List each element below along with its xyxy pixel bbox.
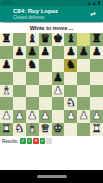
square-d7[interactable]: ♟ bbox=[39, 46, 52, 59]
square-b6[interactable] bbox=[13, 59, 26, 72]
square-f8[interactable]: ♝ bbox=[64, 33, 77, 46]
app-bar: C84: Ruy Lopez Closed defence ⇄ bbox=[0, 6, 103, 22]
results-label: Results: bbox=[2, 139, 18, 144]
square-e2[interactable] bbox=[52, 110, 65, 123]
piece-black-pawn: ♟ bbox=[90, 46, 103, 59]
square-c2[interactable]: ♟ bbox=[26, 110, 39, 123]
square-d8[interactable]: ♛ bbox=[39, 33, 52, 46]
square-d3[interactable] bbox=[39, 97, 52, 110]
wifi-icon bbox=[92, 2, 96, 5]
square-c3[interactable] bbox=[26, 97, 39, 110]
piece-black-queen: ♛ bbox=[39, 33, 52, 46]
piece-black-pawn: ♟ bbox=[52, 72, 65, 85]
square-c4[interactable] bbox=[26, 85, 39, 98]
content-spacer bbox=[0, 146, 103, 170]
square-h1[interactable]: ♜ bbox=[90, 123, 103, 136]
status-icons bbox=[87, 1, 101, 5]
square-f3[interactable]: ♞ bbox=[64, 97, 77, 110]
square-a2[interactable]: ♟ bbox=[0, 110, 13, 123]
piece-white-rook: ♜ bbox=[90, 123, 103, 136]
square-c6[interactable]: ♞ bbox=[26, 59, 39, 72]
square-e3[interactable] bbox=[52, 97, 65, 110]
piece-white-pawn: ♟ bbox=[0, 110, 13, 123]
square-h5[interactable] bbox=[90, 72, 103, 85]
piece-black-knight: ♞ bbox=[26, 59, 39, 72]
piece-white-pawn: ♟ bbox=[26, 110, 39, 123]
chess-board: ♜♝♛♚♝♜♟♟♟♟♟♟♟♞♞♟♝♟♞♟♟♟♟♟♟♟♜♞♝♛♚♜ bbox=[0, 33, 103, 136]
result-badge-4-correct: ✓ bbox=[40, 138, 46, 144]
results-row: Results: ✓✓✕✓ bbox=[0, 136, 103, 146]
square-g2[interactable]: ♟ bbox=[77, 110, 90, 123]
piece-black-bishop: ♝ bbox=[26, 33, 39, 46]
result-badge-1-correct: ✓ bbox=[20, 138, 26, 144]
battery-icon bbox=[98, 1, 101, 5]
square-a7[interactable] bbox=[0, 46, 13, 59]
square-g3[interactable] bbox=[77, 97, 90, 110]
page-title: C84: Ruy Lopez bbox=[13, 8, 89, 15]
square-a8[interactable]: ♜ bbox=[0, 33, 13, 46]
signal-icon bbox=[87, 2, 91, 5]
piece-white-pawn: ♟ bbox=[13, 110, 26, 123]
square-h2[interactable]: ♟ bbox=[90, 110, 103, 123]
square-e4[interactable]: ♟ bbox=[52, 85, 65, 98]
square-e1[interactable]: ♚ bbox=[52, 123, 65, 136]
square-b7[interactable]: ♟ bbox=[13, 46, 26, 59]
square-h8[interactable]: ♜ bbox=[90, 33, 103, 46]
piece-black-pawn: ♟ bbox=[26, 46, 39, 59]
square-d6[interactable] bbox=[39, 59, 52, 72]
piece-black-king: ♚ bbox=[52, 33, 65, 46]
square-f1[interactable] bbox=[64, 123, 77, 136]
square-h7[interactable]: ♟ bbox=[90, 46, 103, 59]
gesture-handle[interactable] bbox=[37, 175, 67, 178]
piece-white-king: ♚ bbox=[52, 123, 65, 136]
square-a4[interactable]: ♝ bbox=[0, 85, 13, 98]
square-g4[interactable] bbox=[77, 85, 90, 98]
square-d1[interactable]: ♛ bbox=[39, 123, 52, 136]
square-c8[interactable]: ♝ bbox=[26, 33, 39, 46]
square-a6[interactable]: ♟ bbox=[0, 59, 13, 72]
piece-black-pawn: ♟ bbox=[64, 46, 77, 59]
piece-white-knight: ♞ bbox=[64, 97, 77, 110]
piece-white-knight: ♞ bbox=[13, 123, 26, 136]
piece-black-rook: ♜ bbox=[90, 33, 103, 46]
square-b1[interactable]: ♞ bbox=[13, 123, 26, 136]
square-c7[interactable]: ♟ bbox=[26, 46, 39, 59]
square-b5[interactable] bbox=[13, 72, 26, 85]
app-window: 12:51 C84: Ruy Lopez Closed defence ⇄ Wh… bbox=[0, 0, 103, 183]
square-b8[interactable] bbox=[13, 33, 26, 46]
piece-white-pawn: ♟ bbox=[39, 110, 52, 123]
square-g6[interactable] bbox=[77, 59, 90, 72]
piece-white-rook: ♜ bbox=[0, 123, 13, 136]
result-badge-5-pending bbox=[46, 138, 52, 144]
square-c1[interactable]: ♝ bbox=[26, 123, 39, 136]
app-bar-text: C84: Ruy Lopez Closed defence bbox=[13, 8, 89, 21]
piece-white-pawn: ♟ bbox=[90, 110, 103, 123]
square-f7[interactable]: ♟ bbox=[64, 46, 77, 59]
piece-black-pawn: ♟ bbox=[13, 46, 26, 59]
square-b3[interactable] bbox=[13, 97, 26, 110]
square-c5[interactable] bbox=[26, 72, 39, 85]
square-g1[interactable] bbox=[77, 123, 90, 136]
piece-white-bishop: ♝ bbox=[26, 123, 39, 136]
piece-white-pawn: ♟ bbox=[77, 110, 90, 123]
square-g7[interactable]: ♟ bbox=[77, 46, 90, 59]
square-d4[interactable] bbox=[39, 85, 52, 98]
piece-black-knight: ♞ bbox=[64, 59, 77, 72]
square-f4[interactable] bbox=[64, 85, 77, 98]
result-badge-3-incorrect: ✕ bbox=[33, 138, 39, 144]
square-h6[interactable] bbox=[90, 59, 103, 72]
square-g8[interactable] bbox=[77, 33, 90, 46]
square-b2[interactable]: ♟ bbox=[13, 110, 26, 123]
prompt-band: White to move ... bbox=[0, 22, 103, 33]
square-a5[interactable] bbox=[0, 72, 13, 85]
square-h3[interactable] bbox=[90, 97, 103, 110]
square-e5[interactable]: ♟ bbox=[52, 72, 65, 85]
piece-black-rook: ♜ bbox=[0, 33, 13, 46]
square-d2[interactable]: ♟ bbox=[39, 110, 52, 123]
piece-black-pawn: ♟ bbox=[0, 59, 13, 72]
piece-white-queen: ♛ bbox=[39, 123, 52, 136]
square-a1[interactable]: ♜ bbox=[0, 123, 13, 136]
square-g5[interactable] bbox=[77, 72, 90, 85]
piece-black-pawn: ♟ bbox=[77, 46, 90, 59]
square-b4[interactable] bbox=[13, 85, 26, 98]
navigation-bar bbox=[0, 170, 103, 183]
square-h4[interactable] bbox=[90, 85, 103, 98]
square-e8[interactable]: ♚ bbox=[52, 33, 65, 46]
square-f5[interactable] bbox=[64, 72, 77, 85]
square-e6[interactable] bbox=[52, 59, 65, 72]
square-f6[interactable]: ♞ bbox=[64, 59, 77, 72]
square-e7[interactable] bbox=[52, 46, 65, 59]
result-badge-2-correct: ✓ bbox=[27, 138, 33, 144]
square-d5[interactable] bbox=[39, 72, 52, 85]
side-to-move-label: White to move ... bbox=[30, 25, 74, 31]
page-subtitle: Closed defence bbox=[13, 15, 89, 21]
flip-board-icon[interactable]: ⇄ bbox=[89, 10, 97, 18]
piece-white-bishop: ♝ bbox=[0, 85, 13, 98]
square-a3[interactable] bbox=[0, 97, 13, 110]
piece-black-pawn: ♟ bbox=[39, 46, 52, 59]
square-f2[interactable]: ♟ bbox=[64, 110, 77, 123]
piece-white-pawn: ♟ bbox=[64, 110, 77, 123]
piece-black-bishop: ♝ bbox=[64, 33, 77, 46]
piece-white-pawn: ♟ bbox=[52, 85, 65, 98]
